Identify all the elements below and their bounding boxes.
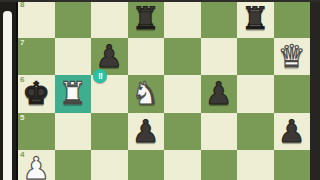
square-e4[interactable] xyxy=(164,150,201,180)
black-rook[interactable]: ♜ xyxy=(128,0,165,38)
square-e6[interactable] xyxy=(164,75,201,113)
square-h8[interactable] xyxy=(274,0,311,38)
square-d5[interactable]: ♟ xyxy=(128,113,165,151)
square-a6[interactable]: 6♚ xyxy=(18,75,55,113)
square-c8[interactable] xyxy=(91,0,128,38)
square-b6[interactable]: ♜ xyxy=(55,75,92,113)
square-b8[interactable] xyxy=(55,0,92,38)
square-a5[interactable]: 5 xyxy=(18,113,55,151)
square-h4[interactable] xyxy=(274,150,311,180)
square-g8[interactable]: ♜ xyxy=(237,0,274,38)
square-g7[interactable] xyxy=(237,38,274,76)
screenshot-stage: !! 8♜♜7♟♛6♚♜♞♟5♟♟4♟ xyxy=(0,0,320,180)
white-pawn[interactable]: ♟ xyxy=(18,150,55,180)
square-f5[interactable] xyxy=(201,113,238,151)
square-b7[interactable] xyxy=(55,38,92,76)
square-g6[interactable] xyxy=(237,75,274,113)
square-a4[interactable]: 4♟ xyxy=(18,150,55,180)
square-f6[interactable]: ♟ xyxy=(201,75,238,113)
square-f7[interactable] xyxy=(201,38,238,76)
chess-board[interactable]: !! 8♜♜7♟♛6♚♜♞♟5♟♟4♟ xyxy=(18,0,310,180)
square-h6[interactable] xyxy=(274,75,311,113)
square-e7[interactable] xyxy=(164,38,201,76)
scrollbar-thumb[interactable] xyxy=(3,11,12,180)
black-pawn[interactable]: ♟ xyxy=(274,113,311,151)
square-e5[interactable] xyxy=(164,113,201,151)
square-a7[interactable]: 7 xyxy=(18,38,55,76)
square-d6[interactable]: ♞ xyxy=(128,75,165,113)
square-h7[interactable]: ♛ xyxy=(274,38,311,76)
square-f4[interactable] xyxy=(201,150,238,180)
white-queen[interactable]: ♛ xyxy=(274,38,311,76)
left-sidebar xyxy=(0,0,18,180)
square-d8[interactable]: ♜ xyxy=(128,0,165,38)
square-c4[interactable] xyxy=(91,150,128,180)
black-pawn[interactable]: ♟ xyxy=(201,75,238,113)
square-a8[interactable]: 8 xyxy=(18,0,55,38)
black-king[interactable]: ♚ xyxy=(18,75,55,113)
square-b5[interactable] xyxy=(55,113,92,151)
coordinate-label-5: 5 xyxy=(20,114,24,122)
right-panel-edge xyxy=(310,0,320,180)
white-knight[interactable]: ♞ xyxy=(128,75,165,113)
square-g4[interactable] xyxy=(237,150,274,180)
coordinate-label-7: 7 xyxy=(20,39,24,47)
coordinate-label-8: 8 xyxy=(20,1,24,9)
square-b4[interactable] xyxy=(55,150,92,180)
square-f8[interactable] xyxy=(201,0,238,38)
black-pawn[interactable]: ♟ xyxy=(128,113,165,151)
square-h5[interactable]: ♟ xyxy=(274,113,311,151)
brilliant-move-badge: !! xyxy=(93,69,107,83)
square-g5[interactable] xyxy=(237,113,274,151)
square-c5[interactable] xyxy=(91,113,128,151)
square-e8[interactable] xyxy=(164,0,201,38)
square-d4[interactable] xyxy=(128,150,165,180)
page-top-edge xyxy=(0,0,320,2)
black-rook[interactable]: ♜ xyxy=(237,0,274,38)
square-d7[interactable] xyxy=(128,38,165,76)
white-rook[interactable]: ♜ xyxy=(55,75,92,113)
